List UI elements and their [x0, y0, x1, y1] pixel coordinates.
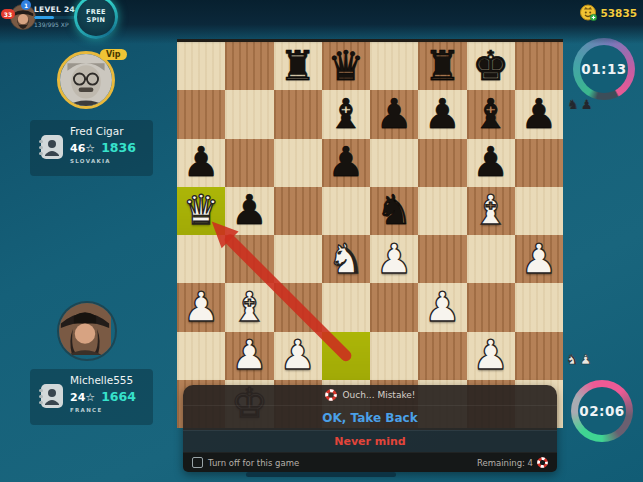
take-back-button[interactable]: OK, Take Back: [183, 405, 557, 430]
piece-black-knight[interactable]: ♞: [370, 187, 418, 235]
vip-badge: Vip: [100, 49, 127, 60]
captured-white-knight-icon: ♞: [566, 353, 578, 366]
square-g6[interactable]: ♟: [467, 139, 515, 187]
square-h3[interactable]: [515, 283, 563, 331]
square-g8[interactable]: ♚: [467, 42, 515, 90]
piece-black-pawn[interactable]: ♟: [515, 90, 563, 138]
lifebuoy-icon: [325, 389, 337, 401]
piece-white-bishop[interactable]: ♝: [225, 283, 273, 331]
square-h4[interactable]: ♟: [515, 235, 563, 283]
player-id-icon: [38, 134, 64, 160]
notification-badge-top[interactable]: 1: [21, 0, 31, 10]
piece-black-pawn[interactable]: ♟: [322, 139, 370, 187]
square-f8[interactable]: ♜: [418, 42, 466, 90]
player-level: 24☆: [70, 391, 95, 404]
square-g7[interactable]: ♝: [467, 90, 515, 138]
square-f7[interactable]: ♟: [418, 90, 466, 138]
dialog-title: Ouch... Mistake!: [343, 390, 416, 400]
piece-white-pawn[interactable]: ♟: [177, 283, 225, 331]
piece-white-pawn[interactable]: ♟: [370, 235, 418, 283]
square-h7[interactable]: ♟: [515, 90, 563, 138]
square-e5[interactable]: ♞: [370, 187, 418, 235]
opponent-rating: 1836: [101, 140, 136, 155]
player-card: Michelle555 24☆ 1664 FRANCE: [30, 369, 153, 425]
top-bar: 1 33 LEVEL 24☆ 139/995 XP FREE SPIN: [0, 0, 643, 44]
opponent-clock: 01:13: [581, 61, 626, 77]
player-name: Michelle555: [70, 374, 136, 386]
square-c8[interactable]: ♜: [274, 42, 322, 90]
piece-white-queen[interactable]: ♛: [177, 187, 225, 235]
player-country: FRANCE: [70, 407, 136, 413]
free-spin-button[interactable]: FREE SPIN: [74, 0, 118, 39]
piece-black-pawn[interactable]: ♟: [467, 139, 515, 187]
piece-black-queen[interactable]: ♛: [322, 42, 370, 90]
square-a3[interactable]: ♟: [177, 283, 225, 331]
opponent-clock-ring: 01:13: [573, 38, 635, 100]
dialog-footer: Turn off for this game Remaining: 4: [183, 452, 557, 472]
piece-black-rook[interactable]: ♜: [418, 42, 466, 90]
square-f3[interactable]: ♟: [418, 283, 466, 331]
square-e2[interactable]: [370, 332, 418, 380]
square-c7[interactable]: [274, 90, 322, 138]
square-d4[interactable]: ♞: [322, 235, 370, 283]
square-g5[interactable]: ♝: [467, 187, 515, 235]
opponent-country: SLOVAKIA: [70, 158, 136, 164]
square-e8[interactable]: [370, 42, 418, 90]
xp-progress-fill: [34, 16, 54, 19]
square-d3[interactable]: [322, 283, 370, 331]
coin-balance-button[interactable]: 53835: [580, 4, 637, 21]
captured-pieces-black: ♞♟: [567, 98, 592, 111]
piece-black-bishop[interactable]: ♝: [322, 90, 370, 138]
square-c3[interactable]: [274, 283, 322, 331]
dialog-header: Ouch... Mistake!: [183, 385, 557, 405]
square-b5[interactable]: ♟: [225, 187, 273, 235]
opponent-avatar-image: [60, 54, 112, 106]
turn-off-label: Turn off for this game: [208, 458, 299, 468]
square-a5[interactable]: ♛: [177, 187, 225, 235]
opponent-name: Fred Cigar: [70, 125, 136, 137]
piece-black-pawn[interactable]: ♟: [418, 90, 466, 138]
player-id-icon: [38, 383, 64, 409]
app: 1 33 LEVEL 24☆ 139/995 XP FREE SPIN: [0, 0, 643, 482]
turn-off-checkbox[interactable]: [192, 457, 203, 468]
square-b4[interactable]: [225, 235, 273, 283]
square-c2[interactable]: ♟: [274, 332, 322, 380]
square-d8[interactable]: ♛: [322, 42, 370, 90]
captured-black-knight-icon: ♞: [567, 98, 579, 111]
piece-white-pawn[interactable]: ♟: [515, 235, 563, 283]
player-avatar[interactable]: [57, 301, 117, 361]
notification-badge-side[interactable]: 33: [1, 9, 15, 19]
square-a7[interactable]: [177, 90, 225, 138]
player-avatar-image: [59, 303, 111, 355]
square-e7[interactable]: ♟: [370, 90, 418, 138]
coin-balance: 53835: [600, 7, 637, 19]
square-f4[interactable]: [418, 235, 466, 283]
player-clock-ring: 02:06: [571, 380, 633, 442]
square-b2[interactable]: ♟: [225, 332, 273, 380]
square-e6[interactable]: [370, 139, 418, 187]
square-b6[interactable]: [225, 139, 273, 187]
square-a2[interactable]: [177, 332, 225, 380]
piece-white-pawn[interactable]: ♟: [467, 332, 515, 380]
square-b7[interactable]: [225, 90, 273, 138]
square-g3[interactable]: [467, 283, 515, 331]
piece-white-bishop[interactable]: ♝: [467, 187, 515, 235]
chess-board: ♜♛♜♚♝♟♟♝♟♟♟♟♛♟♞♝♞♟♟♟♝♟♟♟♟♚: [177, 42, 563, 428]
square-a8[interactable]: [177, 42, 225, 90]
square-f5[interactable]: [418, 187, 466, 235]
coin-smiley-icon: [580, 4, 597, 21]
piece-black-king[interactable]: ♚: [467, 42, 515, 90]
opponent-card: Fred Cigar 46☆ 1836 SLOVAKIA: [30, 120, 153, 176]
square-a6[interactable]: ♟: [177, 139, 225, 187]
player-rating: 1664: [101, 389, 136, 404]
square-c4[interactable]: [274, 235, 322, 283]
square-b3[interactable]: ♝: [225, 283, 273, 331]
square-d5[interactable]: [322, 187, 370, 235]
piece-black-pawn[interactable]: ♟: [370, 90, 418, 138]
square-b8[interactable]: [225, 42, 273, 90]
square-h8[interactable]: [515, 42, 563, 90]
lifebuoy-icon: [537, 457, 548, 468]
square-e4[interactable]: ♟: [370, 235, 418, 283]
opponent-level: 46☆: [70, 142, 95, 155]
square-c6[interactable]: [274, 139, 322, 187]
piece-black-pawn[interactable]: ♟: [225, 187, 273, 235]
square-h5[interactable]: [515, 187, 563, 235]
square-e3[interactable]: [370, 283, 418, 331]
never-mind-button[interactable]: Never mind: [183, 430, 557, 452]
square-d6[interactable]: ♟: [322, 139, 370, 187]
square-f2[interactable]: [418, 332, 466, 380]
captured-white-pawn-icon: ♟: [580, 353, 592, 366]
piece-white-pawn[interactable]: ♟: [225, 332, 273, 380]
square-d2[interactable]: [322, 332, 370, 380]
square-g4[interactable]: [467, 235, 515, 283]
free-spin-label: FREE SPIN: [77, 0, 115, 36]
piece-white-pawn[interactable]: ♟: [274, 332, 322, 380]
piece-black-bishop[interactable]: ♝: [467, 90, 515, 138]
square-f6[interactable]: [418, 139, 466, 187]
square-a4[interactable]: [177, 235, 225, 283]
square-h6[interactable]: [515, 139, 563, 187]
piece-white-knight[interactable]: ♞: [322, 235, 370, 283]
square-g2[interactable]: ♟: [467, 332, 515, 380]
takeback-dialog: Ouch... Mistake! OK, Take Back Never min…: [183, 385, 557, 472]
piece-black-rook[interactable]: ♜: [274, 42, 322, 90]
remaining-label: Remaining: 4: [477, 458, 533, 468]
piece-white-pawn[interactable]: ♟: [418, 283, 466, 331]
square-c5[interactable]: [274, 187, 322, 235]
player-clock: 02:06: [579, 403, 624, 419]
piece-black-pawn[interactable]: ♟: [177, 139, 225, 187]
square-h2[interactable]: [515, 332, 563, 380]
captured-black-pawn-icon: ♟: [581, 98, 593, 111]
captured-pieces-white: ♞♟: [566, 353, 591, 366]
home-indicator[interactable]: [246, 472, 396, 477]
square-d7[interactable]: ♝: [322, 90, 370, 138]
